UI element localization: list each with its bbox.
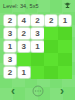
board-cell bbox=[58, 27, 72, 40]
prev-level-button[interactable]: ‹ bbox=[6, 84, 20, 98]
board-cell[interactable]: 1 bbox=[4, 41, 16, 52]
board-cell[interactable]: 3 bbox=[31, 28, 43, 39]
menu-button[interactable] bbox=[32, 85, 44, 97]
board-cell[interactable]: 1 bbox=[31, 41, 43, 52]
puzzle-board: 24221323131321 bbox=[3, 14, 72, 79]
board-cell[interactable]: 2 bbox=[4, 67, 16, 78]
board-cell[interactable]: 3 bbox=[4, 54, 16, 65]
board-cell[interactable]: 2 bbox=[18, 28, 30, 39]
board-cell[interactable]: 1 bbox=[18, 67, 30, 78]
board-cell bbox=[31, 53, 45, 66]
next-level-button[interactable]: › bbox=[55, 84, 69, 98]
board-cell[interactable]: 4 bbox=[18, 15, 30, 26]
board-cell bbox=[44, 40, 58, 53]
trophy-icon[interactable] bbox=[64, 2, 71, 9]
board-cell bbox=[44, 66, 58, 79]
board-cell[interactable]: 3 bbox=[4, 28, 16, 39]
board-cell[interactable]: 2 bbox=[31, 15, 43, 26]
board-cell bbox=[44, 27, 58, 40]
board-cell bbox=[58, 40, 72, 53]
board-cell bbox=[58, 66, 72, 79]
board-cell bbox=[58, 53, 72, 66]
board-cell[interactable]: 2 bbox=[4, 15, 16, 26]
board-cell bbox=[44, 53, 58, 66]
game-screen: Level: 34, 5x5 24221323131321 ‹ › bbox=[0, 0, 75, 100]
board-cell bbox=[31, 66, 45, 79]
board-cell[interactable]: 2 bbox=[45, 15, 57, 26]
board-cell[interactable]: 1 bbox=[59, 15, 71, 26]
board-cell bbox=[17, 53, 31, 66]
ellipsis-icon bbox=[33, 86, 43, 96]
level-title: Level: 34, 5x5 bbox=[3, 3, 39, 9]
board-cell[interactable]: 3 bbox=[18, 41, 30, 52]
